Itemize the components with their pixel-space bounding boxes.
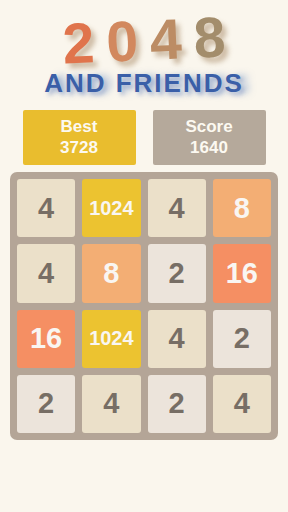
tile-r3c1-16: 16 (17, 310, 75, 368)
tile-r2c2-8: 8 (82, 244, 140, 302)
tile-r2c4-16: 16 (213, 244, 271, 302)
tile-r1c2-1024: 1024 (82, 179, 140, 237)
logo-char: 4 (149, 6, 195, 72)
logo-subtitle: AND FRIENDS (0, 68, 288, 98)
best-score-box: Best 3728 (23, 110, 136, 165)
current-score-box: Score 1640 (153, 110, 266, 165)
board[interactable]: 410244848216161024422424 (10, 172, 278, 440)
logo-char: 8 (192, 4, 238, 70)
score-panel: Best 3728 Score 1640 (0, 110, 288, 165)
tile-r3c4-2: 2 (213, 310, 271, 368)
tile-r2c3-2: 2 (148, 244, 206, 302)
tile-r1c3-4: 4 (148, 179, 206, 237)
tile-r4c4-4: 4 (213, 375, 271, 433)
tile-r4c2-4: 4 (82, 375, 140, 433)
logo-char: 2 (61, 10, 107, 76)
best-score-label: Best (61, 118, 98, 136)
logo-2048-text: 2048 (0, 6, 288, 75)
best-score-value: 3728 (60, 139, 98, 157)
tile-r2c1-4: 4 (17, 244, 75, 302)
tile-r4c3-2: 2 (148, 375, 206, 433)
app-window: 2048 AND FRIENDS Best 3728 Score 1640 41… (0, 12, 288, 512)
tile-r1c4-8: 8 (213, 179, 271, 237)
current-score-label: Score (185, 118, 232, 136)
tile-r1c1-4: 4 (17, 179, 75, 237)
tile-r4c1-2: 2 (17, 375, 75, 433)
logo-char: 0 (105, 8, 151, 74)
tile-r3c3-4: 4 (148, 310, 206, 368)
tile-r3c2-1024: 1024 (82, 310, 140, 368)
current-score-value: 1640 (190, 139, 228, 157)
game-logo: 2048 AND FRIENDS (0, 12, 288, 98)
